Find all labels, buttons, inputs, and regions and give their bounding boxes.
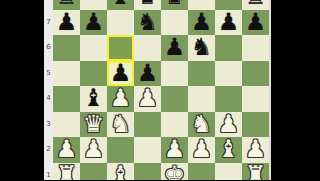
- square-b5[interactable]: [80, 61, 107, 87]
- white-rook-a1[interactable]: ♜: [53, 163, 80, 181]
- black-pawn-a7[interactable]: ♟: [53, 10, 80, 36]
- square-d3[interactable]: [134, 112, 161, 138]
- square-b6[interactable]: [80, 35, 107, 61]
- square-a3[interactable]: [53, 112, 80, 138]
- rank-label-6: 6: [44, 35, 53, 61]
- white-pawn-e2[interactable]: ♟: [161, 137, 188, 163]
- square-b2[interactable]: ♟: [80, 137, 107, 163]
- chess-board-grid: ♜♝♛♚♜♟♟♞♟♟♟♟♞♟♟♝♟♟♛♞♞♟♟♟♟♟♝♟♜♝♚♜: [53, 0, 269, 180]
- square-c7[interactable]: [107, 10, 134, 36]
- rank-label-5: 5: [44, 61, 53, 87]
- white-knight-f3[interactable]: ♞: [188, 112, 215, 138]
- square-e2[interactable]: ♟: [161, 137, 188, 163]
- white-rook-h1[interactable]: ♜: [242, 163, 269, 181]
- square-b3[interactable]: ♛: [80, 112, 107, 138]
- square-c4[interactable]: ♟: [107, 86, 134, 112]
- square-f2[interactable]: ♟: [188, 137, 215, 163]
- square-c3[interactable]: ♞: [107, 112, 134, 138]
- square-e4[interactable]: [161, 86, 188, 112]
- letterbox-right: [271, 0, 320, 180]
- square-b4[interactable]: ♝: [80, 86, 107, 112]
- square-e3[interactable]: [161, 112, 188, 138]
- rank-label-7: 7: [44, 10, 53, 36]
- square-h7[interactable]: ♟: [242, 10, 269, 36]
- black-pawn-f7[interactable]: ♟: [188, 10, 215, 36]
- white-bishop-g2[interactable]: ♝: [215, 137, 242, 163]
- square-f4[interactable]: [188, 86, 215, 112]
- white-pawn-h2[interactable]: ♟: [242, 137, 269, 163]
- square-e1[interactable]: ♚: [161, 163, 188, 181]
- white-pawn-c4[interactable]: ♟: [107, 86, 134, 112]
- black-knight-d7[interactable]: ♞: [134, 10, 161, 36]
- white-pawn-a2[interactable]: ♟: [53, 137, 80, 163]
- black-king-e8[interactable]: ♚: [161, 0, 188, 10]
- rank-label-1: 1: [44, 163, 53, 181]
- white-knight-c3[interactable]: ♞: [107, 112, 134, 138]
- square-d1[interactable]: [134, 163, 161, 181]
- black-pawn-c5[interactable]: ♟: [107, 61, 134, 87]
- rank-label-3: 3: [44, 112, 53, 138]
- black-pawn-e6[interactable]: ♟: [161, 35, 188, 61]
- square-e5[interactable]: [161, 61, 188, 87]
- square-d7[interactable]: ♞: [134, 10, 161, 36]
- square-c5[interactable]: ♟: [107, 61, 134, 87]
- square-g6[interactable]: [215, 35, 242, 61]
- square-c6[interactable]: [107, 35, 134, 61]
- square-a1[interactable]: ♜: [53, 163, 80, 181]
- white-pawn-d4[interactable]: ♟: [134, 86, 161, 112]
- square-f1[interactable]: [188, 163, 215, 181]
- square-a4[interactable]: [53, 86, 80, 112]
- square-c2[interactable]: [107, 137, 134, 163]
- square-g4[interactable]: [215, 86, 242, 112]
- square-d4[interactable]: ♟: [134, 86, 161, 112]
- square-h1[interactable]: ♜: [242, 163, 269, 181]
- square-e8[interactable]: ♚: [161, 0, 188, 10]
- square-b7[interactable]: ♟: [80, 10, 107, 36]
- white-bishop-c1[interactable]: ♝: [107, 163, 134, 181]
- white-pawn-f2[interactable]: ♟: [188, 137, 215, 163]
- square-g3[interactable]: ♟: [215, 112, 242, 138]
- square-g5[interactable]: [215, 61, 242, 87]
- white-pawn-g3[interactable]: ♟: [215, 112, 242, 138]
- white-queen-b3[interactable]: ♛: [80, 112, 107, 138]
- rank-label-2: 2: [44, 137, 53, 163]
- black-pawn-h7[interactable]: ♟: [242, 10, 269, 36]
- letterbox-left: [0, 0, 44, 180]
- square-d2[interactable]: [134, 137, 161, 163]
- square-b1[interactable]: [80, 163, 107, 181]
- square-f3[interactable]: ♞: [188, 112, 215, 138]
- rank-label-4: 4: [44, 86, 53, 112]
- square-a6[interactable]: [53, 35, 80, 61]
- square-h3[interactable]: [242, 112, 269, 138]
- square-h5[interactable]: [242, 61, 269, 87]
- black-pawn-g7[interactable]: ♟: [215, 10, 242, 36]
- white-king-e1[interactable]: ♚: [161, 163, 188, 181]
- square-h4[interactable]: [242, 86, 269, 112]
- square-f5[interactable]: [188, 61, 215, 87]
- square-a7[interactable]: ♟: [53, 10, 80, 36]
- black-bishop-b4[interactable]: ♝: [80, 86, 107, 112]
- square-d6[interactable]: [134, 35, 161, 61]
- black-bishop-c8[interactable]: ♝: [107, 0, 134, 10]
- square-c1[interactable]: ♝: [107, 163, 134, 181]
- square-e7[interactable]: [161, 10, 188, 36]
- black-knight-f6[interactable]: ♞: [188, 35, 215, 61]
- square-a2[interactable]: ♟: [53, 137, 80, 163]
- square-g2[interactable]: ♝: [215, 137, 242, 163]
- square-f7[interactable]: ♟: [188, 10, 215, 36]
- square-a5[interactable]: [53, 61, 80, 87]
- video-frame: 7654321 ♜♝♛♚♜♟♟♞♟♟♟♟♞♟♟♝♟♟♛♞♞♟♟♟♟♟♝♟♜♝♚♜: [0, 0, 320, 180]
- chess-board: ♜♝♛♚♜♟♟♞♟♟♟♟♞♟♟♝♟♟♛♞♞♟♟♟♟♟♝♟♜♝♚♜: [53, 0, 269, 180]
- square-f6[interactable]: ♞: [188, 35, 215, 61]
- black-pawn-d5[interactable]: ♟: [134, 61, 161, 87]
- square-c8[interactable]: ♝: [107, 0, 134, 10]
- square-e6[interactable]: ♟: [161, 35, 188, 61]
- square-h2[interactable]: ♟: [242, 137, 269, 163]
- white-pawn-b2[interactable]: ♟: [80, 137, 107, 163]
- black-pawn-b7[interactable]: ♟: [80, 10, 107, 36]
- square-g7[interactable]: ♟: [215, 10, 242, 36]
- rank-label-strip: 7654321: [44, 0, 53, 180]
- square-g1[interactable]: [215, 163, 242, 181]
- square-h6[interactable]: [242, 35, 269, 61]
- square-d5[interactable]: ♟: [134, 61, 161, 87]
